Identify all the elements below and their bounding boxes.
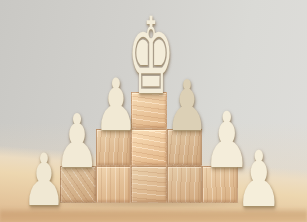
white-pawn-table-left: ♟ [3, 144, 85, 216]
concept-photo-stage: ♚♟♟♟♟♟♟ [0, 0, 307, 222]
white-pawn-table-right: ♟ [218, 141, 300, 218]
wooden-block-r2c2 [131, 166, 167, 203]
